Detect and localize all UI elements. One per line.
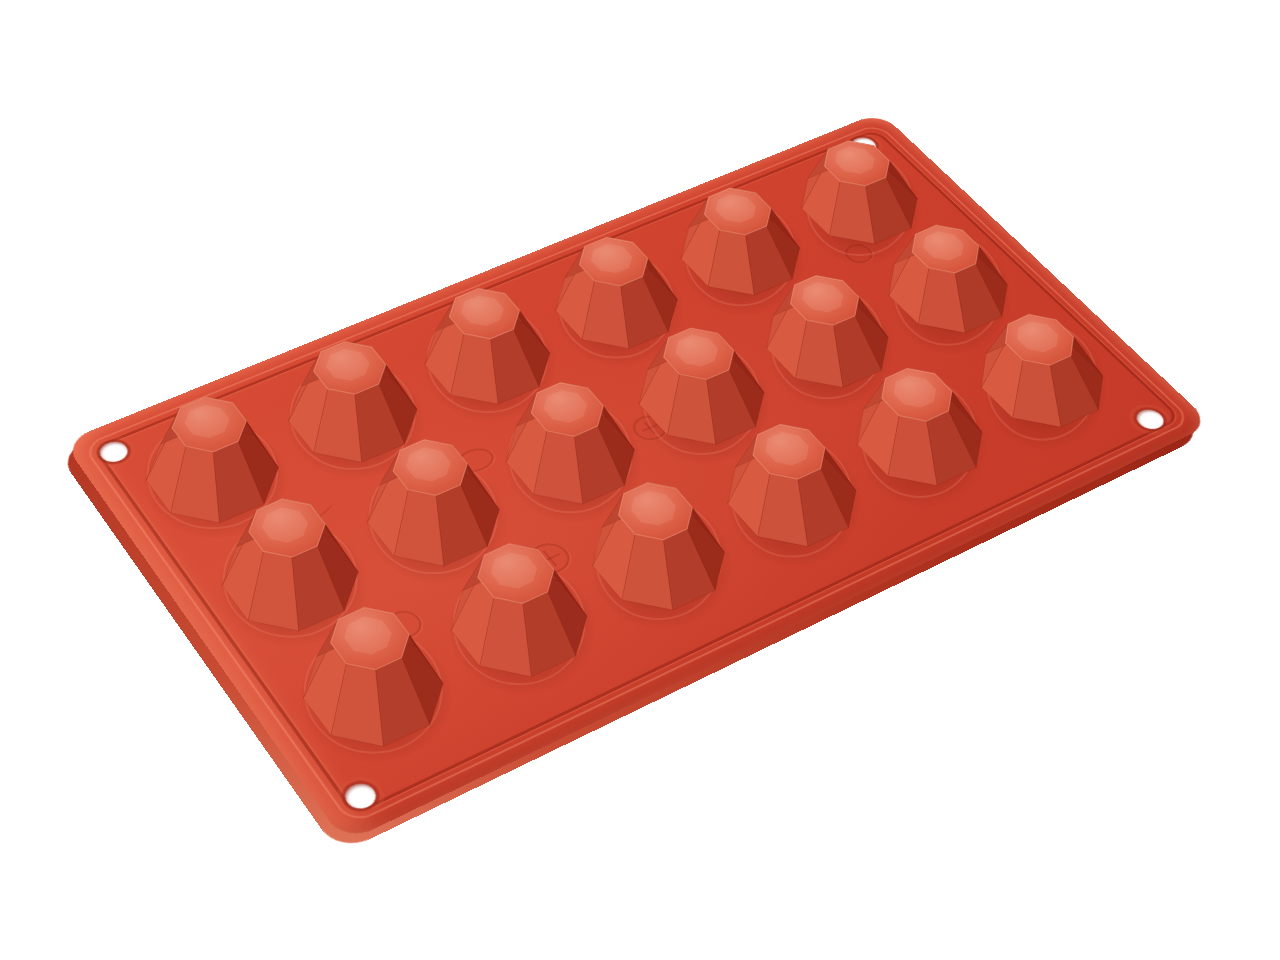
mold-tray-top bbox=[63, 112, 1212, 843]
border-groove bbox=[92, 129, 1182, 816]
product-photo bbox=[0, 0, 1280, 960]
